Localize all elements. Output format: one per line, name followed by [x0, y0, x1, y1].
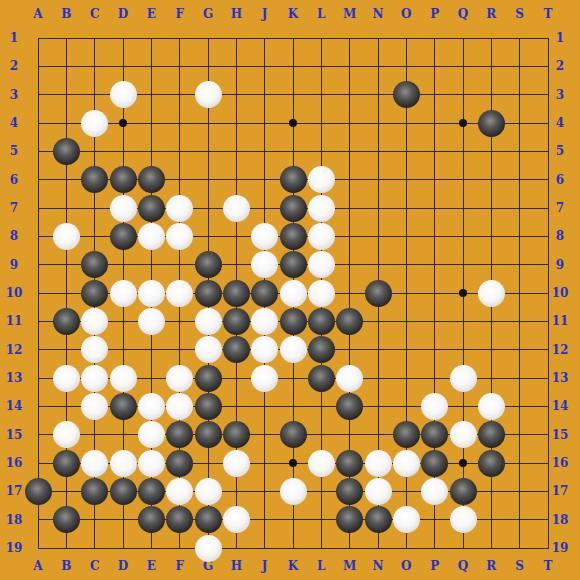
- row-label-left: 17: [0, 484, 28, 498]
- row-label-right: 5: [546, 144, 574, 158]
- black-stone[interactable]: [195, 280, 222, 307]
- column-label-top: T: [534, 7, 562, 21]
- black-stone[interactable]: [81, 280, 108, 307]
- row-label-right: 17: [546, 484, 574, 498]
- white-stone[interactable]: [138, 450, 165, 477]
- white-stone[interactable]: [450, 506, 477, 533]
- row-label-left: 18: [0, 513, 28, 527]
- column-label-bottom: F: [166, 559, 194, 573]
- column-label-bottom: J: [251, 559, 279, 573]
- black-stone[interactable]: [280, 223, 307, 250]
- row-label-right: 18: [546, 513, 574, 527]
- white-stone[interactable]: [308, 195, 335, 222]
- row-label-left: 2: [0, 59, 28, 73]
- grid-line-vertical: [519, 38, 520, 549]
- white-stone[interactable]: [251, 223, 278, 250]
- row-label-right: 15: [546, 428, 574, 442]
- black-stone[interactable]: [478, 421, 505, 448]
- column-label-bottom: S: [506, 559, 534, 573]
- row-label-left: 7: [0, 201, 28, 215]
- column-label-top: A: [24, 7, 52, 21]
- black-stone[interactable]: [110, 478, 137, 505]
- column-label-bottom: P: [421, 559, 449, 573]
- black-stone[interactable]: [166, 450, 193, 477]
- white-stone[interactable]: [308, 251, 335, 278]
- black-stone[interactable]: [195, 421, 222, 448]
- black-stone[interactable]: [280, 166, 307, 193]
- white-stone[interactable]: [195, 535, 222, 562]
- row-label-right: 1: [546, 31, 574, 45]
- black-stone[interactable]: [53, 308, 80, 335]
- row-label-left: 19: [0, 541, 28, 555]
- white-stone[interactable]: [138, 393, 165, 420]
- white-stone[interactable]: [280, 280, 307, 307]
- black-stone[interactable]: [280, 251, 307, 278]
- white-stone[interactable]: [166, 478, 193, 505]
- white-stone[interactable]: [336, 365, 363, 392]
- black-stone[interactable]: [195, 393, 222, 420]
- black-stone[interactable]: [393, 421, 420, 448]
- go-board-screen: AABBCCDDEEFFGGHHJJKKLLMMNNOOPPQQRRSSTT11…: [0, 0, 580, 580]
- column-label-top: J: [251, 7, 279, 21]
- column-label-bottom: R: [477, 559, 505, 573]
- black-stone[interactable]: [478, 110, 505, 137]
- star-point: [289, 459, 297, 467]
- row-label-left: 11: [0, 314, 28, 328]
- white-stone[interactable]: [195, 81, 222, 108]
- black-stone[interactable]: [336, 450, 363, 477]
- white-stone[interactable]: [166, 223, 193, 250]
- column-label-bottom: L: [307, 559, 335, 573]
- white-stone[interactable]: [195, 478, 222, 505]
- row-label-left: 4: [0, 116, 28, 130]
- black-stone[interactable]: [280, 421, 307, 448]
- row-label-left: 1: [0, 31, 28, 45]
- black-stone[interactable]: [393, 81, 420, 108]
- white-stone[interactable]: [166, 195, 193, 222]
- black-stone[interactable]: [138, 195, 165, 222]
- star-point: [289, 119, 297, 127]
- white-stone[interactable]: [251, 365, 278, 392]
- black-stone[interactable]: [25, 478, 52, 505]
- white-stone[interactable]: [393, 506, 420, 533]
- column-label-top: M: [336, 7, 364, 21]
- column-label-bottom: B: [52, 559, 80, 573]
- white-stone[interactable]: [81, 450, 108, 477]
- white-stone[interactable]: [223, 195, 250, 222]
- column-label-bottom: C: [81, 559, 109, 573]
- row-label-left: 16: [0, 456, 28, 470]
- white-stone[interactable]: [450, 421, 477, 448]
- black-stone[interactable]: [308, 308, 335, 335]
- column-label-bottom: H: [222, 559, 250, 573]
- white-stone[interactable]: [478, 393, 505, 420]
- white-stone[interactable]: [53, 365, 80, 392]
- black-stone[interactable]: [280, 195, 307, 222]
- black-stone[interactable]: [138, 478, 165, 505]
- black-stone[interactable]: [53, 506, 80, 533]
- row-label-left: 5: [0, 144, 28, 158]
- black-stone[interactable]: [365, 280, 392, 307]
- white-stone[interactable]: [308, 280, 335, 307]
- white-stone[interactable]: [138, 308, 165, 335]
- black-stone[interactable]: [53, 450, 80, 477]
- column-label-top: Q: [449, 7, 477, 21]
- black-stone[interactable]: [365, 506, 392, 533]
- white-stone[interactable]: [450, 365, 477, 392]
- column-label-top: R: [477, 7, 505, 21]
- white-stone[interactable]: [280, 478, 307, 505]
- column-label-top: S: [506, 7, 534, 21]
- column-label-top: C: [81, 7, 109, 21]
- column-label-top: D: [109, 7, 137, 21]
- star-point: [459, 459, 467, 467]
- white-stone[interactable]: [110, 450, 137, 477]
- black-stone[interactable]: [110, 223, 137, 250]
- row-label-left: 9: [0, 258, 28, 272]
- row-label-right: 3: [546, 88, 574, 102]
- black-stone[interactable]: [138, 506, 165, 533]
- row-label-right: 2: [546, 59, 574, 73]
- column-label-bottom: M: [336, 559, 364, 573]
- column-label-top: P: [421, 7, 449, 21]
- black-stone[interactable]: [450, 478, 477, 505]
- column-label-bottom: T: [534, 559, 562, 573]
- black-stone[interactable]: [110, 166, 137, 193]
- white-stone[interactable]: [53, 223, 80, 250]
- column-label-bottom: Q: [449, 559, 477, 573]
- column-label-bottom: N: [364, 559, 392, 573]
- row-label-right: 8: [546, 229, 574, 243]
- row-label-right: 11: [546, 314, 574, 328]
- column-label-top: E: [137, 7, 165, 21]
- black-stone[interactable]: [308, 336, 335, 363]
- white-stone[interactable]: [81, 365, 108, 392]
- row-label-right: 7: [546, 201, 574, 215]
- star-point: [119, 119, 127, 127]
- row-label-left: 13: [0, 371, 28, 385]
- grid-line-horizontal: [38, 548, 549, 549]
- white-stone[interactable]: [138, 223, 165, 250]
- black-stone[interactable]: [421, 450, 448, 477]
- row-label-left: 15: [0, 428, 28, 442]
- black-stone[interactable]: [478, 450, 505, 477]
- white-stone[interactable]: [81, 110, 108, 137]
- column-label-top: G: [194, 7, 222, 21]
- column-label-top: F: [166, 7, 194, 21]
- row-label-right: 10: [546, 286, 574, 300]
- row-label-right: 14: [546, 399, 574, 413]
- white-stone[interactable]: [138, 280, 165, 307]
- row-label-left: 14: [0, 399, 28, 413]
- star-point: [459, 119, 467, 127]
- white-stone[interactable]: [53, 421, 80, 448]
- black-stone[interactable]: [223, 308, 250, 335]
- white-stone[interactable]: [138, 421, 165, 448]
- white-stone[interactable]: [110, 280, 137, 307]
- column-label-top: K: [279, 7, 307, 21]
- white-stone[interactable]: [166, 365, 193, 392]
- black-stone[interactable]: [195, 365, 222, 392]
- black-stone[interactable]: [308, 365, 335, 392]
- column-label-top: B: [52, 7, 80, 21]
- black-stone[interactable]: [110, 393, 137, 420]
- white-stone[interactable]: [478, 280, 505, 307]
- row-label-right: 13: [546, 371, 574, 385]
- black-stone[interactable]: [336, 393, 363, 420]
- white-stone[interactable]: [110, 81, 137, 108]
- star-point: [459, 289, 467, 297]
- black-stone[interactable]: [53, 138, 80, 165]
- column-label-bottom: D: [109, 559, 137, 573]
- white-stone[interactable]: [365, 478, 392, 505]
- white-stone[interactable]: [421, 393, 448, 420]
- row-label-right: 4: [546, 116, 574, 130]
- row-label-left: 10: [0, 286, 28, 300]
- row-label-right: 6: [546, 173, 574, 187]
- white-stone[interactable]: [81, 308, 108, 335]
- black-stone[interactable]: [280, 308, 307, 335]
- white-stone[interactable]: [308, 166, 335, 193]
- black-stone[interactable]: [81, 478, 108, 505]
- black-stone[interactable]: [336, 308, 363, 335]
- black-stone[interactable]: [223, 280, 250, 307]
- black-stone[interactable]: [336, 478, 363, 505]
- white-stone[interactable]: [223, 450, 250, 477]
- white-stone[interactable]: [166, 280, 193, 307]
- row-label-right: 19: [546, 541, 574, 555]
- white-stone[interactable]: [308, 223, 335, 250]
- row-label-left: 3: [0, 88, 28, 102]
- column-label-top: L: [307, 7, 335, 21]
- black-stone[interactable]: [138, 166, 165, 193]
- black-stone[interactable]: [195, 251, 222, 278]
- white-stone[interactable]: [110, 365, 137, 392]
- column-label-top: H: [222, 7, 250, 21]
- white-stone[interactable]: [166, 393, 193, 420]
- black-stone[interactable]: [251, 280, 278, 307]
- column-label-top: O: [392, 7, 420, 21]
- column-label-bottom: E: [137, 559, 165, 573]
- white-stone[interactable]: [223, 506, 250, 533]
- white-stone[interactable]: [81, 393, 108, 420]
- white-stone[interactable]: [110, 195, 137, 222]
- white-stone[interactable]: [393, 450, 420, 477]
- row-label-right: 16: [546, 456, 574, 470]
- white-stone[interactable]: [365, 450, 392, 477]
- row-label-left: 12: [0, 343, 28, 357]
- column-label-bottom: O: [392, 559, 420, 573]
- column-label-bottom: A: [24, 559, 52, 573]
- white-stone[interactable]: [195, 308, 222, 335]
- white-stone[interactable]: [308, 450, 335, 477]
- white-stone[interactable]: [251, 308, 278, 335]
- row-label-left: 8: [0, 229, 28, 243]
- white-stone[interactable]: [195, 336, 222, 363]
- black-stone[interactable]: [195, 506, 222, 533]
- column-label-top: N: [364, 7, 392, 21]
- row-label-left: 6: [0, 173, 28, 187]
- white-stone[interactable]: [421, 478, 448, 505]
- row-label-right: 9: [546, 258, 574, 272]
- black-stone[interactable]: [223, 421, 250, 448]
- white-stone[interactable]: [280, 336, 307, 363]
- black-stone[interactable]: [223, 336, 250, 363]
- row-label-right: 12: [546, 343, 574, 357]
- column-label-bottom: K: [279, 559, 307, 573]
